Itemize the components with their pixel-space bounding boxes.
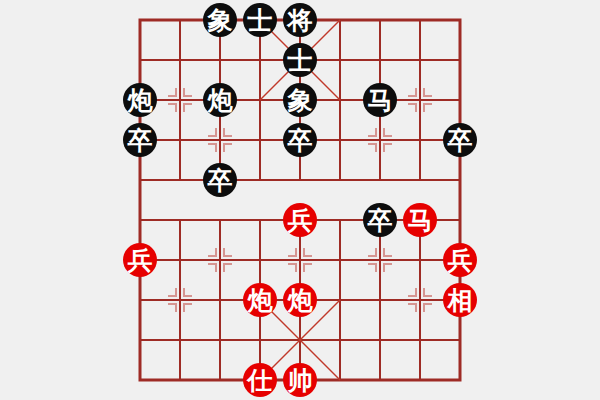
red-cannon[interactable]: 炮 (243, 283, 277, 317)
app-window: 象士将士炮炮象马卒卒卒卒卒兵马兵兵炮炮相仕帅 (0, 0, 600, 400)
black-advisor[interactable]: 士 (283, 43, 317, 77)
black-soldier[interactable]: 卒 (123, 123, 157, 157)
black-general[interactable]: 将 (283, 3, 317, 37)
red-soldier[interactable]: 兵 (123, 243, 157, 277)
red-cannon[interactable]: 炮 (283, 283, 317, 317)
black-soldier[interactable]: 卒 (203, 163, 237, 197)
red-soldier[interactable]: 兵 (443, 243, 477, 277)
black-elephant[interactable]: 象 (283, 83, 317, 117)
red-advisor[interactable]: 仕 (243, 363, 277, 397)
black-soldier[interactable]: 卒 (443, 123, 477, 157)
red-horse[interactable]: 马 (403, 203, 437, 237)
black-advisor[interactable]: 士 (243, 3, 277, 37)
red-soldier[interactable]: 兵 (283, 203, 317, 237)
red-general[interactable]: 帅 (283, 363, 317, 397)
black-soldier[interactable]: 卒 (283, 123, 317, 157)
black-cannon[interactable]: 炮 (203, 83, 237, 117)
pieces-layer: 象士将士炮炮象马卒卒卒卒卒兵马兵兵炮炮相仕帅 (0, 0, 600, 400)
red-elephant[interactable]: 相 (443, 283, 477, 317)
black-cannon[interactable]: 炮 (123, 83, 157, 117)
black-elephant[interactable]: 象 (203, 3, 237, 37)
black-soldier[interactable]: 卒 (363, 203, 397, 237)
black-horse[interactable]: 马 (363, 83, 397, 117)
xiangqi-board[interactable]: 象士将士炮炮象马卒卒卒卒卒兵马兵兵炮炮相仕帅 (0, 0, 600, 400)
